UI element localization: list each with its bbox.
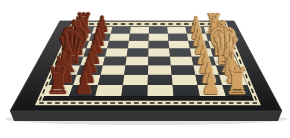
board-svg [0, 0, 290, 138]
far-haze-overlay [43, 27, 252, 96]
board-side-face [10, 111, 282, 121]
chess-set-photo: ♜♟♟♜♞♟♟♞♝♟♟♝♚♟♟♚♛♟♟♛♝♟♟♝♞♟♟♞♜♟♟♜ [0, 0, 290, 138]
